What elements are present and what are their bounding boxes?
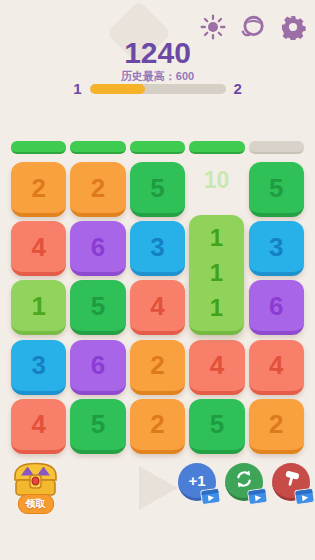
tile-6-purple[interactable]: 6 xyxy=(249,280,304,335)
ghost-sum-label: 10 xyxy=(189,167,244,194)
add-one-button[interactable]: +1 xyxy=(178,463,216,501)
level-end-label: 2 xyxy=(234,81,242,96)
tile-2-orange[interactable]: 2 xyxy=(11,162,66,217)
column-indicator-green xyxy=(11,141,66,154)
level-progress-fill xyxy=(90,84,146,94)
tile-2-orange[interactable]: 2 xyxy=(70,162,125,217)
plus-one-label: +1 xyxy=(188,473,205,488)
hammer-button[interactable] xyxy=(272,463,310,501)
tile-2-orange[interactable]: 2 xyxy=(130,399,185,454)
headset-icon[interactable] xyxy=(240,14,266,40)
tile-5-green[interactable]: 5 xyxy=(70,280,125,335)
tile-4-salmon[interactable]: 4 xyxy=(11,399,66,454)
chest-button[interactable]: 领取 xyxy=(11,460,60,514)
tile-5-green[interactable]: 5 xyxy=(130,162,185,217)
game-board: 2255463315463624445252 xyxy=(11,162,304,454)
tile-3-blue[interactable]: 3 xyxy=(130,221,185,276)
tile-5-green[interactable]: 5 xyxy=(189,399,244,454)
tile-4-salmon[interactable]: 4 xyxy=(11,221,66,276)
tile-4-salmon[interactable]: 4 xyxy=(249,340,304,395)
tile-4-salmon[interactable]: 4 xyxy=(189,340,244,395)
top-toolbar xyxy=(200,14,306,40)
tile-4-salmon[interactable]: 4 xyxy=(130,280,185,335)
game-screen: 1240 历史最高：600 1 2 2255463315463624445252… xyxy=(0,0,315,560)
column-indicator-green xyxy=(70,141,125,154)
falling-tile-digit: 1 xyxy=(210,226,223,250)
tile-5-green[interactable]: 5 xyxy=(70,399,125,454)
tile-5-green[interactable]: 5 xyxy=(249,162,304,217)
tile-6-purple[interactable]: 6 xyxy=(70,340,125,395)
tile-2-orange[interactable]: 2 xyxy=(249,399,304,454)
column-indicator-green xyxy=(130,141,185,154)
falling-tile-digit: 1 xyxy=(210,296,223,320)
play-watermark-icon xyxy=(139,466,178,510)
tile-1-lime[interactable]: 1 xyxy=(11,280,66,335)
ad-video-badge-icon xyxy=(294,488,315,505)
tile-3-blue[interactable]: 3 xyxy=(249,221,304,276)
column-indicator-row xyxy=(11,141,304,154)
level-progress: 1 2 xyxy=(0,81,315,96)
claim-badge[interactable]: 领取 xyxy=(18,494,54,514)
tile-6-purple[interactable]: 6 xyxy=(70,221,125,276)
shuffle-button[interactable] xyxy=(225,463,263,501)
level-progress-bar xyxy=(90,84,226,94)
falling-piece[interactable]: 111 xyxy=(189,215,244,335)
settings-gear-icon[interactable] xyxy=(280,14,306,40)
level-start-label: 1 xyxy=(73,81,81,96)
column-indicator-green xyxy=(189,141,244,154)
falling-tile-digit: 1 xyxy=(210,261,223,285)
column-indicator-gray xyxy=(249,141,304,154)
tile-3-blue[interactable]: 3 xyxy=(11,340,66,395)
brightness-icon[interactable] xyxy=(200,14,226,40)
ad-video-badge-icon xyxy=(200,488,221,505)
tile-2-orange[interactable]: 2 xyxy=(130,340,185,395)
ad-video-badge-icon xyxy=(247,488,268,505)
score-value: 1240 xyxy=(0,38,315,68)
